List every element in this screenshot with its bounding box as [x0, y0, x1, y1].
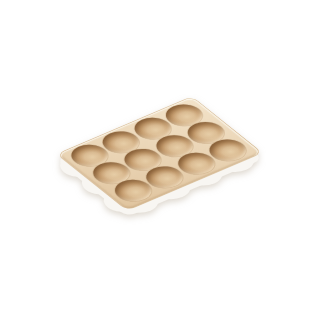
muffin-pan: [0, 0, 320, 320]
cup-grid: [56, 96, 263, 211]
product-photo: [0, 0, 320, 320]
